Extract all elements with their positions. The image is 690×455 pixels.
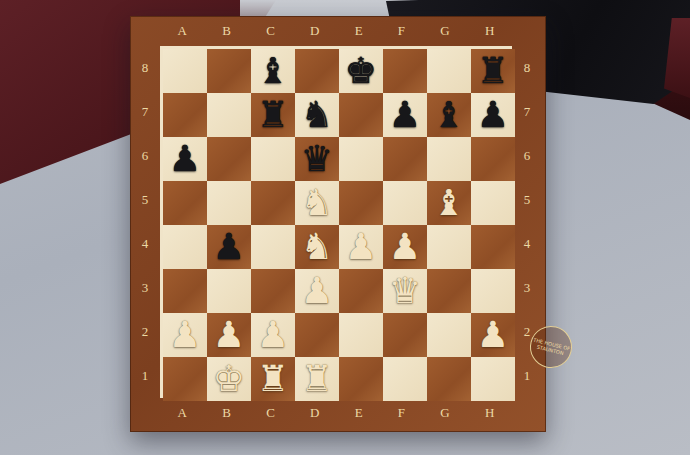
square-e5[interactable] <box>339 181 383 225</box>
square-c1[interactable]: ♜ <box>251 357 295 401</box>
square-g1[interactable] <box>427 357 471 401</box>
piece-black-bishop[interactable]: ♝ <box>433 97 465 133</box>
piece-white-queen[interactable]: ♛ <box>389 273 421 309</box>
file-label: B <box>222 405 231 421</box>
file-label: E <box>355 405 363 421</box>
square-f2[interactable] <box>383 313 427 357</box>
rank-label: 5 <box>142 192 149 208</box>
square-f1[interactable] <box>383 357 427 401</box>
rank-label: 7 <box>142 104 149 120</box>
square-a3[interactable] <box>163 269 207 313</box>
piece-white-pawn[interactable]: ♟ <box>301 273 333 309</box>
rank-label: 6 <box>142 148 149 164</box>
square-c2[interactable]: ♟ <box>251 313 295 357</box>
piece-white-pawn[interactable]: ♟ <box>169 317 201 353</box>
piece-black-bishop[interactable]: ♝ <box>257 53 289 89</box>
piece-white-bishop[interactable]: ♝ <box>433 185 465 221</box>
file-labels-bottom: ABCDEFGH <box>160 398 512 428</box>
square-g5[interactable]: ♝ <box>427 181 471 225</box>
file-label: D <box>310 405 319 421</box>
rank-label: 3 <box>524 280 531 296</box>
square-g7[interactable]: ♝ <box>427 93 471 137</box>
square-f5[interactable] <box>383 181 427 225</box>
rank-label: 8 <box>524 60 531 76</box>
file-label: C <box>266 23 275 39</box>
file-label: H <box>485 405 494 421</box>
rank-label: 2 <box>524 324 531 340</box>
piece-white-rook[interactable]: ♜ <box>301 361 333 397</box>
board-grid: ♝♚♜♜♞♟♝♟♟♛♞♝♟♞♟♟♟♛♟♟♟♟♚♜♜ <box>160 46 512 398</box>
rank-label: 1 <box>524 368 531 384</box>
file-label: G <box>440 405 449 421</box>
square-e1[interactable] <box>339 357 383 401</box>
square-f7[interactable]: ♟ <box>383 93 427 137</box>
square-h3[interactable] <box>471 269 515 313</box>
square-e4[interactable]: ♟ <box>339 225 383 269</box>
square-b5[interactable] <box>207 181 251 225</box>
square-a4[interactable] <box>163 225 207 269</box>
rank-label: 6 <box>524 148 531 164</box>
square-h2[interactable]: ♟ <box>471 313 515 357</box>
square-b4[interactable]: ♟ <box>207 225 251 269</box>
piece-white-knight[interactable]: ♞ <box>301 229 333 265</box>
square-h4[interactable] <box>471 225 515 269</box>
file-label: B <box>222 23 231 39</box>
rank-label: 2 <box>142 324 149 340</box>
file-labels-top: ABCDEFGH <box>160 16 512 46</box>
square-h7[interactable]: ♟ <box>471 93 515 137</box>
piece-black-knight[interactable]: ♞ <box>301 97 333 133</box>
square-g8[interactable] <box>427 49 471 93</box>
square-d5[interactable]: ♞ <box>295 181 339 225</box>
square-h6[interactable] <box>471 137 515 181</box>
square-d4[interactable]: ♞ <box>295 225 339 269</box>
piece-black-rook[interactable]: ♜ <box>477 53 509 89</box>
square-c3[interactable] <box>251 269 295 313</box>
square-g4[interactable] <box>427 225 471 269</box>
square-b3[interactable] <box>207 269 251 313</box>
square-a8[interactable] <box>163 49 207 93</box>
file-label: F <box>398 23 405 39</box>
square-e3[interactable] <box>339 269 383 313</box>
square-e8[interactable]: ♚ <box>339 49 383 93</box>
square-a7[interactable] <box>163 93 207 137</box>
piece-black-rook[interactable]: ♜ <box>257 97 289 133</box>
square-a2[interactable]: ♟ <box>163 313 207 357</box>
file-label: F <box>398 405 405 421</box>
piece-black-pawn[interactable]: ♟ <box>389 97 421 133</box>
square-d8[interactable] <box>295 49 339 93</box>
piece-black-pawn[interactable]: ♟ <box>169 141 201 177</box>
square-a1[interactable] <box>163 357 207 401</box>
rank-label: 4 <box>142 236 149 252</box>
square-d1[interactable]: ♜ <box>295 357 339 401</box>
file-label: C <box>266 405 275 421</box>
file-label: G <box>440 23 449 39</box>
piece-black-king[interactable]: ♚ <box>345 53 377 89</box>
file-label: A <box>178 405 187 421</box>
square-e2[interactable] <box>339 313 383 357</box>
rank-label: 8 <box>142 60 149 76</box>
file-label: H <box>485 23 494 39</box>
square-b7[interactable] <box>207 93 251 137</box>
square-e6[interactable] <box>339 137 383 181</box>
file-label: A <box>178 23 187 39</box>
piece-white-pawn[interactable]: ♟ <box>477 317 509 353</box>
square-c5[interactable] <box>251 181 295 225</box>
square-b6[interactable] <box>207 137 251 181</box>
rank-label: 7 <box>524 104 531 120</box>
square-a5[interactable] <box>163 181 207 225</box>
piece-black-pawn[interactable]: ♟ <box>477 97 509 133</box>
piece-white-rook[interactable]: ♜ <box>257 361 289 397</box>
square-h8[interactable]: ♜ <box>471 49 515 93</box>
piece-black-pawn[interactable]: ♟ <box>213 229 245 265</box>
square-f4[interactable]: ♟ <box>383 225 427 269</box>
square-c6[interactable] <box>251 137 295 181</box>
piece-white-pawn[interactable]: ♟ <box>213 317 245 353</box>
square-d3[interactable]: ♟ <box>295 269 339 313</box>
square-c7[interactable]: ♜ <box>251 93 295 137</box>
photo-scene: THE HOUSE OF STAUNTON ABCDEFGH ABCDEFGH … <box>0 0 690 455</box>
square-d7[interactable]: ♞ <box>295 93 339 137</box>
square-c8[interactable]: ♝ <box>251 49 295 93</box>
piece-white-knight[interactable]: ♞ <box>301 185 333 221</box>
piece-white-pawn[interactable]: ♟ <box>257 317 289 353</box>
square-h1[interactable] <box>471 357 515 401</box>
square-g2[interactable] <box>427 313 471 357</box>
file-label: E <box>355 23 363 39</box>
square-f3[interactable]: ♛ <box>383 269 427 313</box>
piece-white-pawn[interactable]: ♟ <box>345 229 377 265</box>
square-b2[interactable]: ♟ <box>207 313 251 357</box>
square-g6[interactable] <box>427 137 471 181</box>
square-h5[interactable] <box>471 181 515 225</box>
square-c4[interactable] <box>251 225 295 269</box>
rank-labels-right: 87654321 <box>512 46 542 398</box>
square-f8[interactable] <box>383 49 427 93</box>
square-g3[interactable] <box>427 269 471 313</box>
piece-white-king[interactable]: ♚ <box>213 361 245 397</box>
square-d6[interactable]: ♛ <box>295 137 339 181</box>
piece-white-pawn[interactable]: ♟ <box>389 229 421 265</box>
rank-label: 4 <box>524 236 531 252</box>
square-a6[interactable]: ♟ <box>163 137 207 181</box>
square-d2[interactable] <box>295 313 339 357</box>
rank-label: 1 <box>142 368 149 384</box>
square-e7[interactable] <box>339 93 383 137</box>
piece-black-queen[interactable]: ♛ <box>301 141 333 177</box>
rank-label: 3 <box>142 280 149 296</box>
file-label: D <box>310 23 319 39</box>
square-b1[interactable]: ♚ <box>207 357 251 401</box>
chess-board: ABCDEFGH ABCDEFGH 87654321 87654321 ♝♚♜♜… <box>130 16 546 432</box>
square-f6[interactable] <box>383 137 427 181</box>
rank-labels-left: 87654321 <box>130 46 160 398</box>
rank-label: 5 <box>524 192 531 208</box>
square-b8[interactable] <box>207 49 251 93</box>
